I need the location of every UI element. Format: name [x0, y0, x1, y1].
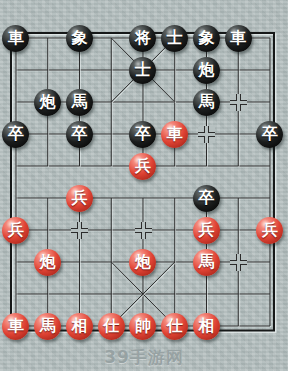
piece-black-horse[interactable]: 馬 — [193, 89, 220, 116]
xiangqi-board: 車象将士象車士炮炮馬馬卒卒卒車卒兵兵卒兵兵兵炮炮馬車馬相仕帥仕相 39手游网 — [0, 0, 288, 371]
piece-red-horse[interactable]: 馬 — [193, 249, 220, 276]
piece-red-soldier[interactable]: 兵 — [2, 217, 29, 244]
piece-red-advisor[interactable]: 仕 — [161, 313, 188, 340]
piece-black-soldier[interactable]: 卒 — [2, 121, 29, 148]
piece-red-horse[interactable]: 馬 — [34, 313, 61, 340]
piece-black-horse[interactable]: 馬 — [66, 89, 93, 116]
piece-red-chariot[interactable]: 車 — [161, 121, 188, 148]
piece-black-general[interactable]: 将 — [129, 25, 156, 52]
piece-red-general[interactable]: 帥 — [129, 313, 156, 340]
piece-red-cannon[interactable]: 炮 — [34, 249, 61, 276]
piece-red-elephant[interactable]: 相 — [193, 313, 220, 340]
piece-red-soldier[interactable]: 兵 — [66, 185, 93, 212]
piece-black-elephant[interactable]: 象 — [193, 25, 220, 52]
piece-black-chariot[interactable]: 車 — [2, 25, 29, 52]
piece-red-soldier[interactable]: 兵 — [256, 217, 283, 244]
piece-red-elephant[interactable]: 相 — [66, 313, 93, 340]
piece-black-soldier[interactable]: 卒 — [193, 185, 220, 212]
piece-black-cannon[interactable]: 炮 — [193, 57, 220, 84]
piece-black-advisor[interactable]: 士 — [129, 57, 156, 84]
piece-red-soldier[interactable]: 兵 — [129, 153, 156, 180]
piece-red-advisor[interactable]: 仕 — [98, 313, 125, 340]
piece-black-soldier[interactable]: 卒 — [129, 121, 156, 148]
piece-black-soldier[interactable]: 卒 — [256, 121, 283, 148]
board-grid[interactable]: 車象将士象車士炮炮馬馬卒卒卒車卒兵兵卒兵兵兵炮炮馬車馬相仕帥仕相 — [0, 22, 286, 342]
piece-black-advisor[interactable]: 士 — [161, 25, 188, 52]
piece-red-soldier[interactable]: 兵 — [193, 217, 220, 244]
piece-black-cannon[interactable]: 炮 — [34, 89, 61, 116]
piece-red-cannon[interactable]: 炮 — [129, 249, 156, 276]
piece-black-soldier[interactable]: 卒 — [66, 121, 93, 148]
piece-red-chariot[interactable]: 車 — [2, 313, 29, 340]
piece-black-chariot[interactable]: 車 — [225, 25, 252, 52]
piece-black-elephant[interactable]: 象 — [66, 25, 93, 52]
watermark: 39手游网 — [0, 346, 288, 369]
